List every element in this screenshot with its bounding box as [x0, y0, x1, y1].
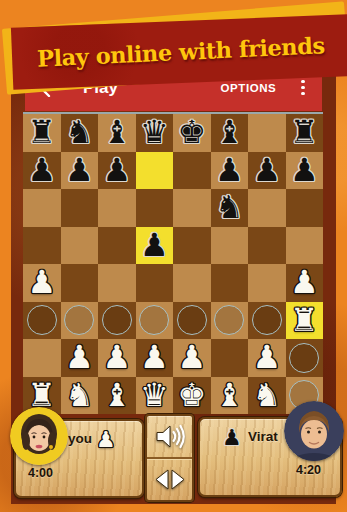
square-h8[interactable]: ♜: [286, 114, 324, 152]
black-knight: ♞: [65, 114, 94, 151]
white-pawn: ♟: [177, 339, 206, 376]
square-e2[interactable]: ♟: [173, 339, 211, 377]
black-pawn: ♟: [290, 152, 319, 189]
legal-move-indicator: [64, 305, 94, 335]
legal-move-indicator: [177, 305, 207, 335]
black-rook: ♜: [27, 114, 56, 151]
square-h4[interactable]: ♟: [286, 264, 324, 302]
square-g5[interactable]: [248, 227, 286, 265]
square-e3[interactable]: [173, 302, 211, 340]
square-f1[interactable]: ♝: [211, 377, 249, 415]
legal-move-indicator: [289, 343, 319, 373]
square-e5[interactable]: [173, 227, 211, 265]
square-h3[interactable]: ♜: [286, 302, 324, 340]
square-c2[interactable]: ♟: [98, 339, 136, 377]
square-d5[interactable]: ♟: [136, 227, 174, 265]
square-d7[interactable]: [136, 152, 174, 190]
square-c4[interactable]: [98, 264, 136, 302]
white-rook: ♜: [290, 302, 319, 339]
square-e6[interactable]: [173, 189, 211, 227]
legal-move-indicator: [139, 305, 169, 335]
square-a8[interactable]: ♜: [23, 114, 61, 152]
legal-move-indicator: [252, 305, 282, 335]
square-h6[interactable]: [286, 189, 324, 227]
square-f7[interactable]: ♟: [211, 152, 249, 190]
clock-you: 4:00: [28, 466, 53, 480]
square-e7[interactable]: [173, 152, 211, 190]
square-b6[interactable]: [61, 189, 99, 227]
sound-button[interactable]: [147, 416, 192, 457]
white-bishop: ♝: [102, 377, 131, 414]
square-g6[interactable]: [248, 189, 286, 227]
square-d3[interactable]: [136, 302, 174, 340]
square-b5[interactable]: [61, 227, 99, 265]
square-f5[interactable]: [211, 227, 249, 265]
board-top-edge: [23, 112, 323, 114]
square-d4[interactable]: [136, 264, 174, 302]
square-c3[interactable]: [98, 302, 136, 340]
white-pawn: ♟: [27, 264, 56, 301]
black-pawn: ♟: [252, 152, 281, 189]
square-h5[interactable]: [286, 227, 324, 265]
chess-board: ♜♞♝♛♚♝♜♟♟♟♟♟♟♞♟♟♟♜♟♟♟♟♟♜♞♝♛♚♝♞: [23, 114, 323, 414]
kebab-menu-icon[interactable]: [298, 77, 308, 99]
black-pawn: ♟: [215, 152, 244, 189]
square-b7[interactable]: ♟: [61, 152, 99, 190]
square-a2[interactable]: [23, 339, 61, 377]
promo-banner-text: Play online with friends: [36, 32, 324, 72]
white-pawn: ♟: [140, 339, 169, 376]
square-c1[interactable]: ♝: [98, 377, 136, 415]
square-d2[interactable]: ♟: [136, 339, 174, 377]
square-c7[interactable]: ♟: [98, 152, 136, 190]
square-b1[interactable]: ♞: [61, 377, 99, 415]
square-h2[interactable]: [286, 339, 324, 377]
square-e4[interactable]: [173, 264, 211, 302]
white-king: ♚: [177, 377, 206, 414]
black-pawn: ♟: [102, 152, 131, 189]
white-knight: ♞: [65, 377, 94, 414]
black-pawn-icon: ♟: [222, 427, 242, 449]
options-button[interactable]: OPTIONS: [220, 82, 276, 94]
chess-app-screen: Play online with friends Play OPTIONS ♜♞…: [0, 0, 347, 512]
white-knight: ♞: [252, 377, 281, 414]
black-king: ♚: [177, 114, 206, 151]
square-f2[interactable]: [211, 339, 249, 377]
black-knight: ♞: [215, 189, 244, 226]
player-name-you: you: [68, 431, 92, 446]
square-a4[interactable]: ♟: [23, 264, 61, 302]
white-pawn: ♟: [102, 339, 131, 376]
black-rook: ♜: [290, 114, 319, 151]
black-bishop: ♝: [215, 114, 244, 151]
black-pawn: ♟: [140, 227, 169, 264]
square-c5[interactable]: [98, 227, 136, 265]
square-b2[interactable]: ♟: [61, 339, 99, 377]
square-c8[interactable]: ♝: [98, 114, 136, 152]
clock-virat: 4:20: [296, 463, 321, 477]
square-g7[interactable]: ♟: [248, 152, 286, 190]
black-bishop: ♝: [102, 114, 131, 151]
white-bishop: ♝: [215, 377, 244, 414]
square-a3[interactable]: [23, 302, 61, 340]
square-d8[interactable]: ♛: [136, 114, 174, 152]
avatar-you: [10, 407, 68, 465]
black-pawn: ♟: [27, 152, 56, 189]
square-g1[interactable]: ♞: [248, 377, 286, 415]
square-d1[interactable]: ♛: [136, 377, 174, 415]
player-name-virat: Virat: [248, 429, 278, 444]
center-control-panel: [145, 414, 194, 502]
white-queen: ♛: [140, 377, 169, 414]
square-b4[interactable]: [61, 264, 99, 302]
legal-move-indicator: [102, 305, 132, 335]
square-g4[interactable]: [248, 264, 286, 302]
black-queen: ♛: [140, 114, 169, 151]
square-g2[interactable]: ♟: [248, 339, 286, 377]
square-f8[interactable]: ♝: [211, 114, 249, 152]
square-a7[interactable]: ♟: [23, 152, 61, 190]
square-a5[interactable]: [23, 227, 61, 265]
flip-board-icon: [153, 469, 187, 490]
avatar-virat: [284, 401, 344, 461]
square-f3[interactable]: [211, 302, 249, 340]
square-b3[interactable]: [61, 302, 99, 340]
white-pawn-icon: ♟: [96, 429, 116, 451]
square-d6[interactable]: [136, 189, 174, 227]
legal-move-indicator: [27, 305, 57, 335]
square-c6[interactable]: [98, 189, 136, 227]
white-pawn: ♟: [65, 339, 94, 376]
square-a6[interactable]: [23, 189, 61, 227]
square-b8[interactable]: ♞: [61, 114, 99, 152]
speaker-icon: [155, 423, 185, 450]
legal-move-indicator: [214, 305, 244, 335]
flip-board-button[interactable]: [147, 460, 192, 501]
black-pawn: ♟: [65, 152, 94, 189]
square-f4[interactable]: [211, 264, 249, 302]
square-e1[interactable]: ♚: [173, 377, 211, 415]
square-g8[interactable]: [248, 114, 286, 152]
square-h7[interactable]: ♟: [286, 152, 324, 190]
square-f6[interactable]: ♞: [211, 189, 249, 227]
white-pawn: ♟: [252, 339, 281, 376]
white-pawn: ♟: [290, 264, 319, 301]
square-e8[interactable]: ♚: [173, 114, 211, 152]
square-g3[interactable]: [248, 302, 286, 340]
